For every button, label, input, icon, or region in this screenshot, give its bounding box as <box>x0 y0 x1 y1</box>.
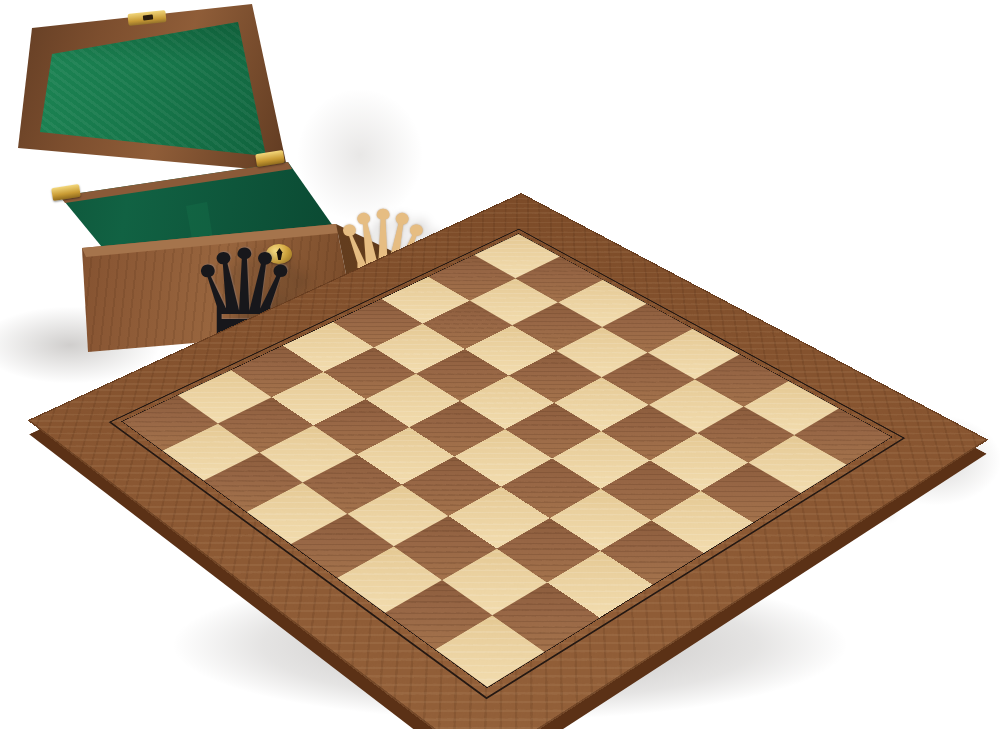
chess-set-product-photo: ♛ ♛ ♜♞♝♛♚♝♞♜♟♟♟♟♟♟♟♟♟♟♟♟♟♟♟♟♜♞♝♛♚♝♞♜ <box>0 0 1000 729</box>
board-squares: ♜♞♝♛♚♝♞♜♟♟♟♟♟♟♟♟♟♟♟♟♟♟♟♟♜♞♝♛♚♝♞♜ <box>121 233 892 688</box>
board-walnut-frame: ♜♞♝♛♚♝♞♜♟♟♟♟♟♟♟♟♟♟♟♟♟♟♟♟♜♞♝♛♚♝♞♜ <box>27 193 988 729</box>
brass-latch-slot <box>143 14 153 20</box>
square-d6 <box>402 456 501 516</box>
chess-board-perspective-space: ♜♞♝♛♚♝♞♜♟♟♟♟♟♟♟♟♟♟♟♟♟♟♟♟♜♞♝♛♚♝♞♜ <box>165 90 845 729</box>
chess-board: ♜♞♝♛♚♝♞♜♟♟♟♟♟♟♟♟♟♟♟♟♟♟♟♟♜♞♝♛♚♝♞♜ <box>27 193 988 729</box>
